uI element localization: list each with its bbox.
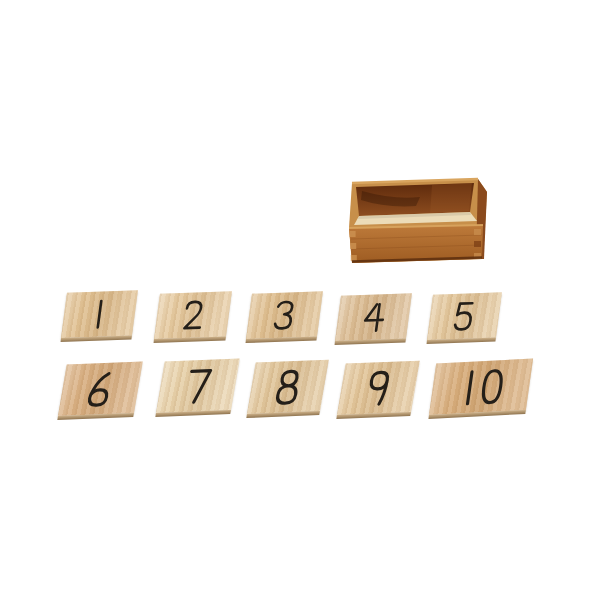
tile-digit-7 <box>179 364 218 408</box>
number-tile-1 <box>61 290 138 338</box>
box-interior-highlight <box>430 183 472 213</box>
tile-digit-3 <box>269 297 300 333</box>
tile-digit-5 <box>449 298 480 334</box>
tile-digit-1 <box>84 296 115 332</box>
number-tile-2 <box>154 291 232 339</box>
number-tile-10 <box>429 358 533 415</box>
tile-digit-8 <box>269 365 308 409</box>
number-tile-7 <box>156 359 240 413</box>
product-photo <box>0 0 600 600</box>
tile-digit-2 <box>178 297 209 333</box>
number-tile-3 <box>246 291 323 339</box>
number-tile-8 <box>247 360 329 414</box>
number-tile-9 <box>337 361 420 415</box>
number-tile-5 <box>427 292 502 340</box>
tile-digit-10 <box>451 364 511 409</box>
number-tile-6 <box>58 362 143 416</box>
tile-digit-4 <box>358 299 389 335</box>
box-finger-joints-right <box>474 229 481 259</box>
wooden-box <box>344 171 494 266</box>
number-tile-4 <box>335 293 412 341</box>
tile-digit-9 <box>359 366 398 410</box>
tile-digit-6 <box>81 367 120 411</box>
